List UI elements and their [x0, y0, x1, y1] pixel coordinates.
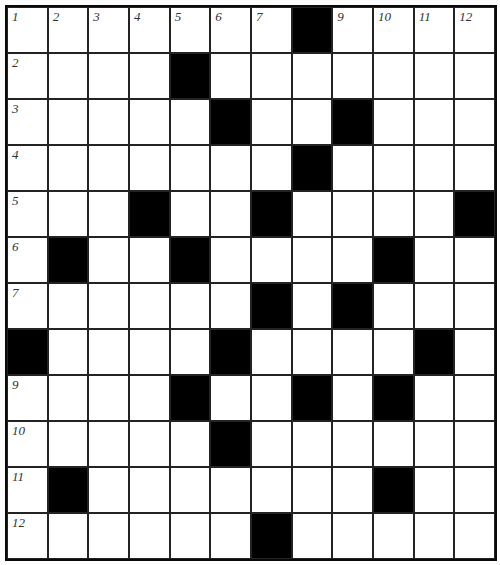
- black-cell-r6c10: [373, 237, 414, 283]
- white-cell-r10c9[interactable]: [332, 421, 373, 467]
- white-cell-r2c8[interactable]: [292, 53, 333, 99]
- white-cell-r2c1[interactable]: 2: [7, 53, 48, 99]
- white-cell-r11c11[interactable]: [414, 467, 455, 513]
- white-cell-r9c6[interactable]: [210, 375, 251, 421]
- black-cell-r2c5: [170, 53, 211, 99]
- white-cell-r4c7[interactable]: [251, 145, 292, 191]
- white-cell-r5c10[interactable]: [373, 191, 414, 237]
- white-cell-r2c6[interactable]: [210, 53, 251, 99]
- white-cell-r1c9[interactable]: 9: [332, 7, 373, 53]
- white-cell-r2c3[interactable]: [88, 53, 129, 99]
- white-cell-r2c11[interactable]: [414, 53, 455, 99]
- white-cell-r6c3[interactable]: [88, 237, 129, 283]
- white-cell-r6c11[interactable]: [414, 237, 455, 283]
- white-cell-r4c6[interactable]: [210, 145, 251, 191]
- white-cell-r4c1[interactable]: 4: [7, 145, 48, 191]
- black-cell-r7c7: [251, 283, 292, 329]
- white-cell-r5c1[interactable]: 5: [7, 191, 48, 237]
- white-cell-r12c2[interactable]: [48, 513, 89, 559]
- black-cell-r6c5: [170, 237, 211, 283]
- white-cell-r12c9[interactable]: [332, 513, 373, 559]
- black-cell-r8c11: [414, 329, 455, 375]
- white-cell-r4c10[interactable]: [373, 145, 414, 191]
- white-cell-r12c12[interactable]: [454, 513, 495, 559]
- white-cell-r12c5[interactable]: [170, 513, 211, 559]
- black-cell-r1c8: [292, 7, 333, 53]
- white-cell-r11c4[interactable]: [129, 467, 170, 513]
- white-cell-r3c2[interactable]: [48, 99, 89, 145]
- white-cell-r11c6[interactable]: [210, 467, 251, 513]
- clue-number: 11: [12, 469, 24, 484]
- white-cell-r3c7[interactable]: [251, 99, 292, 145]
- white-cell-r3c10[interactable]: [373, 99, 414, 145]
- clue-number: 1: [12, 9, 19, 24]
- white-cell-r8c5[interactable]: [170, 329, 211, 375]
- black-cell-r7c9: [332, 283, 373, 329]
- white-cell-r1c2[interactable]: 2: [48, 7, 89, 53]
- white-cell-r4c3[interactable]: [88, 145, 129, 191]
- white-cell-r9c3[interactable]: [88, 375, 129, 421]
- white-cell-r4c2[interactable]: [48, 145, 89, 191]
- white-cell-r5c3[interactable]: [88, 191, 129, 237]
- clue-number: 3: [93, 9, 100, 24]
- white-cell-r11c3[interactable]: [88, 467, 129, 513]
- white-cell-r8c4[interactable]: [129, 329, 170, 375]
- white-cell-r5c2[interactable]: [48, 191, 89, 237]
- white-cell-r11c9[interactable]: [332, 467, 373, 513]
- black-cell-r11c2: [48, 467, 89, 513]
- white-cell-r5c8[interactable]: [292, 191, 333, 237]
- white-cell-r12c8[interactable]: [292, 513, 333, 559]
- crossword-grid: 123456791011122345679101112: [5, 5, 497, 561]
- white-cell-r8c12[interactable]: [454, 329, 495, 375]
- clue-number: 12: [12, 515, 25, 530]
- white-cell-r4c11[interactable]: [414, 145, 455, 191]
- clue-number: 11: [419, 9, 431, 24]
- white-cell-r10c11[interactable]: [414, 421, 455, 467]
- white-cell-r1c11[interactable]: 11: [414, 7, 455, 53]
- white-cell-r6c1[interactable]: 6: [7, 237, 48, 283]
- white-cell-r7c1[interactable]: 7: [7, 283, 48, 329]
- white-cell-r3c5[interactable]: [170, 99, 211, 145]
- black-cell-r9c10: [373, 375, 414, 421]
- black-cell-r3c9: [332, 99, 373, 145]
- black-cell-r5c4: [129, 191, 170, 237]
- white-cell-r1c6[interactable]: 6: [210, 7, 251, 53]
- white-cell-r1c1[interactable]: 1: [7, 7, 48, 53]
- white-cell-r7c3[interactable]: [88, 283, 129, 329]
- white-cell-r11c7[interactable]: [251, 467, 292, 513]
- white-cell-r9c7[interactable]: [251, 375, 292, 421]
- clue-number: 7: [256, 9, 263, 24]
- white-cell-r12c10[interactable]: [373, 513, 414, 559]
- clue-number: 4: [12, 147, 19, 162]
- white-cell-r8c3[interactable]: [88, 329, 129, 375]
- white-cell-r6c9[interactable]: [332, 237, 373, 283]
- clue-number: 7: [12, 285, 19, 300]
- clue-number: 5: [175, 9, 182, 24]
- clue-number: 6: [12, 239, 19, 254]
- white-cell-r5c11[interactable]: [414, 191, 455, 237]
- white-cell-r7c11[interactable]: [414, 283, 455, 329]
- black-cell-r11c10: [373, 467, 414, 513]
- white-cell-r12c11[interactable]: [414, 513, 455, 559]
- white-cell-r12c6[interactable]: [210, 513, 251, 559]
- white-cell-r10c12[interactable]: [454, 421, 495, 467]
- white-cell-r5c5[interactable]: [170, 191, 211, 237]
- white-cell-r9c12[interactable]: [454, 375, 495, 421]
- white-cell-r10c8[interactable]: [292, 421, 333, 467]
- white-cell-r7c8[interactable]: [292, 283, 333, 329]
- white-cell-r10c3[interactable]: [88, 421, 129, 467]
- white-cell-r6c4[interactable]: [129, 237, 170, 283]
- white-cell-r3c11[interactable]: [414, 99, 455, 145]
- black-cell-r9c5: [170, 375, 211, 421]
- white-cell-r3c4[interactable]: [129, 99, 170, 145]
- black-cell-r6c2: [48, 237, 89, 283]
- black-cell-r4c8: [292, 145, 333, 191]
- white-cell-r8c2[interactable]: [48, 329, 89, 375]
- white-cell-r12c4[interactable]: [129, 513, 170, 559]
- white-cell-r11c12[interactable]: [454, 467, 495, 513]
- white-cell-r3c8[interactable]: [292, 99, 333, 145]
- white-cell-r10c4[interactable]: [129, 421, 170, 467]
- black-cell-r8c6: [210, 329, 251, 375]
- white-cell-r2c9[interactable]: [332, 53, 373, 99]
- white-cell-r5c9[interactable]: [332, 191, 373, 237]
- white-cell-r10c5[interactable]: [170, 421, 211, 467]
- white-cell-r9c4[interactable]: [129, 375, 170, 421]
- white-cell-r9c2[interactable]: [48, 375, 89, 421]
- white-cell-r1c3[interactable]: 3: [88, 7, 129, 53]
- white-cell-r3c1[interactable]: 3: [7, 99, 48, 145]
- white-cell-r10c2[interactable]: [48, 421, 89, 467]
- black-cell-r3c6: [210, 99, 251, 145]
- white-cell-r4c12[interactable]: [454, 145, 495, 191]
- white-cell-r6c6[interactable]: [210, 237, 251, 283]
- black-cell-r5c12: [454, 191, 495, 237]
- white-cell-r12c1[interactable]: 12: [7, 513, 48, 559]
- black-cell-r8c1: [7, 329, 48, 375]
- black-cell-r12c7: [251, 513, 292, 559]
- white-cell-r1c4[interactable]: 4: [129, 7, 170, 53]
- white-cell-r7c6[interactable]: [210, 283, 251, 329]
- white-cell-r11c5[interactable]: [170, 467, 211, 513]
- white-cell-r2c12[interactable]: [454, 53, 495, 99]
- white-cell-r2c10[interactable]: [373, 53, 414, 99]
- white-cell-r10c1[interactable]: 10: [7, 421, 48, 467]
- white-cell-r6c8[interactable]: [292, 237, 333, 283]
- clue-number: 9: [12, 377, 19, 392]
- white-cell-r7c2[interactable]: [48, 283, 89, 329]
- white-cell-r1c7[interactable]: 7: [251, 7, 292, 53]
- clue-number: 4: [134, 9, 141, 24]
- white-cell-r2c4[interactable]: [129, 53, 170, 99]
- white-cell-r7c5[interactable]: [170, 283, 211, 329]
- white-cell-r9c9[interactable]: [332, 375, 373, 421]
- white-cell-r2c2[interactable]: [48, 53, 89, 99]
- clue-number: 5: [12, 193, 19, 208]
- black-cell-r9c8: [292, 375, 333, 421]
- white-cell-r4c5[interactable]: [170, 145, 211, 191]
- white-cell-r9c1[interactable]: 9: [7, 375, 48, 421]
- clue-number: 9: [337, 9, 344, 24]
- black-cell-r5c7: [251, 191, 292, 237]
- white-cell-r1c5[interactable]: 5: [170, 7, 211, 53]
- white-cell-r1c10[interactable]: 10: [373, 7, 414, 53]
- clue-number: 3: [12, 101, 19, 116]
- clue-number: 2: [12, 55, 19, 70]
- clue-number: 12: [459, 9, 472, 24]
- white-cell-r10c7[interactable]: [251, 421, 292, 467]
- white-cell-r11c1[interactable]: 11: [7, 467, 48, 513]
- white-cell-r8c8[interactable]: [292, 329, 333, 375]
- black-cell-r10c6: [210, 421, 251, 467]
- white-cell-r6c7[interactable]: [251, 237, 292, 283]
- white-cell-r11c8[interactable]: [292, 467, 333, 513]
- clue-number: 10: [378, 9, 391, 24]
- clue-number: 10: [12, 423, 25, 438]
- clue-number: 6: [215, 9, 222, 24]
- white-cell-r8c7[interactable]: [251, 329, 292, 375]
- white-cell-r3c3[interactable]: [88, 99, 129, 145]
- white-cell-r4c9[interactable]: [332, 145, 373, 191]
- white-cell-r10c10[interactable]: [373, 421, 414, 467]
- white-cell-r5c6[interactable]: [210, 191, 251, 237]
- white-cell-r8c9[interactable]: [332, 329, 373, 375]
- white-cell-r7c12[interactable]: [454, 283, 495, 329]
- white-cell-r9c11[interactable]: [414, 375, 455, 421]
- white-cell-r4c4[interactable]: [129, 145, 170, 191]
- white-cell-r2c7[interactable]: [251, 53, 292, 99]
- white-cell-r12c3[interactable]: [88, 513, 129, 559]
- clue-number: 2: [53, 9, 60, 24]
- white-cell-r7c10[interactable]: [373, 283, 414, 329]
- white-cell-r6c12[interactable]: [454, 237, 495, 283]
- white-cell-r1c12[interactable]: 12: [454, 7, 495, 53]
- white-cell-r7c4[interactable]: [129, 283, 170, 329]
- white-cell-r8c10[interactable]: [373, 329, 414, 375]
- white-cell-r3c12[interactable]: [454, 99, 495, 145]
